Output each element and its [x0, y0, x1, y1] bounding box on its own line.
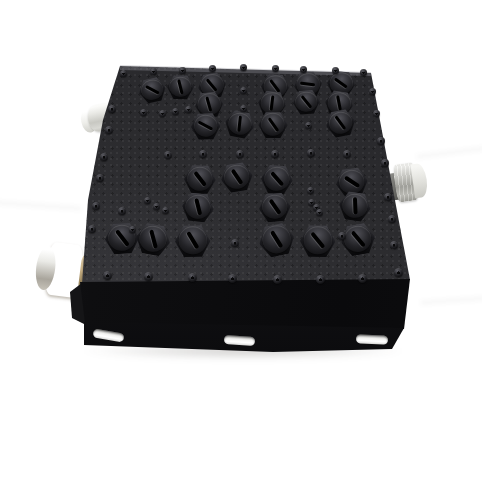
small-screw: [305, 122, 312, 129]
small-screw: [140, 109, 147, 116]
small-screw: [384, 193, 392, 201]
tuning-screw: [133, 222, 172, 259]
small-screw: [185, 106, 192, 113]
small-screw: [96, 174, 104, 182]
small-screw: [129, 226, 136, 233]
small-screw: [360, 69, 367, 76]
small-screw: [307, 149, 315, 157]
tuning-screw: [136, 75, 167, 105]
tuning-screw: [337, 190, 372, 223]
small-screw: [144, 197, 151, 204]
tuning-screw: [219, 161, 255, 195]
tuning-screw: [258, 112, 287, 139]
screws-layer: [0, 0, 482, 482]
small-screw: [88, 225, 96, 233]
small-screw: [390, 241, 398, 249]
small-screw: [118, 207, 126, 215]
tuning-screw: [175, 224, 211, 257]
small-screw: [332, 67, 339, 74]
small-screw: [307, 187, 314, 194]
small-screw: [272, 65, 279, 72]
small-screw: [373, 110, 380, 117]
small-screw: [105, 126, 113, 134]
small-screw: [120, 70, 127, 77]
tuning-screw: [300, 224, 336, 257]
small-screw: [164, 151, 172, 159]
small-screw: [92, 202, 100, 210]
small-screw: [240, 87, 247, 94]
small-screw: [150, 68, 157, 75]
small-screw: [179, 67, 186, 74]
tuning-screw: [260, 164, 294, 195]
small-screw: [271, 150, 279, 158]
tuning-screw: [258, 192, 292, 224]
small-screw: [240, 105, 247, 112]
small-screw: [300, 66, 307, 73]
small-screw: [316, 275, 325, 284]
tuning-screw: [223, 108, 257, 140]
small-screw: [199, 150, 207, 158]
tuning-screw: [184, 165, 217, 195]
small-screw: [103, 271, 112, 280]
small-screw: [394, 268, 403, 277]
small-screw: [381, 159, 389, 167]
small-screw: [316, 209, 323, 216]
small-screw: [108, 105, 116, 113]
small-screw: [343, 150, 351, 158]
small-screw: [338, 232, 346, 240]
small-screw: [273, 275, 282, 284]
small-screw: [162, 207, 169, 214]
small-screw: [236, 150, 244, 158]
small-screw: [358, 274, 367, 283]
small-screw: [228, 274, 237, 283]
small-screw: [188, 273, 197, 282]
small-screw: [388, 215, 396, 223]
small-screw: [159, 110, 166, 117]
tuning-screw: [181, 192, 216, 224]
small-screw: [144, 272, 153, 281]
small-screw: [369, 88, 376, 95]
small-screw: [153, 203, 160, 210]
tuning-screw: [166, 74, 193, 99]
tuning-screw: [256, 220, 297, 259]
photo-canvas: [0, 0, 482, 482]
tuning-screw: [338, 222, 377, 259]
small-screw: [231, 239, 239, 247]
small-screw: [100, 153, 108, 161]
small-screw: [172, 108, 179, 115]
small-screw: [240, 64, 247, 71]
small-screw: [209, 65, 216, 72]
small-screw: [377, 137, 385, 145]
